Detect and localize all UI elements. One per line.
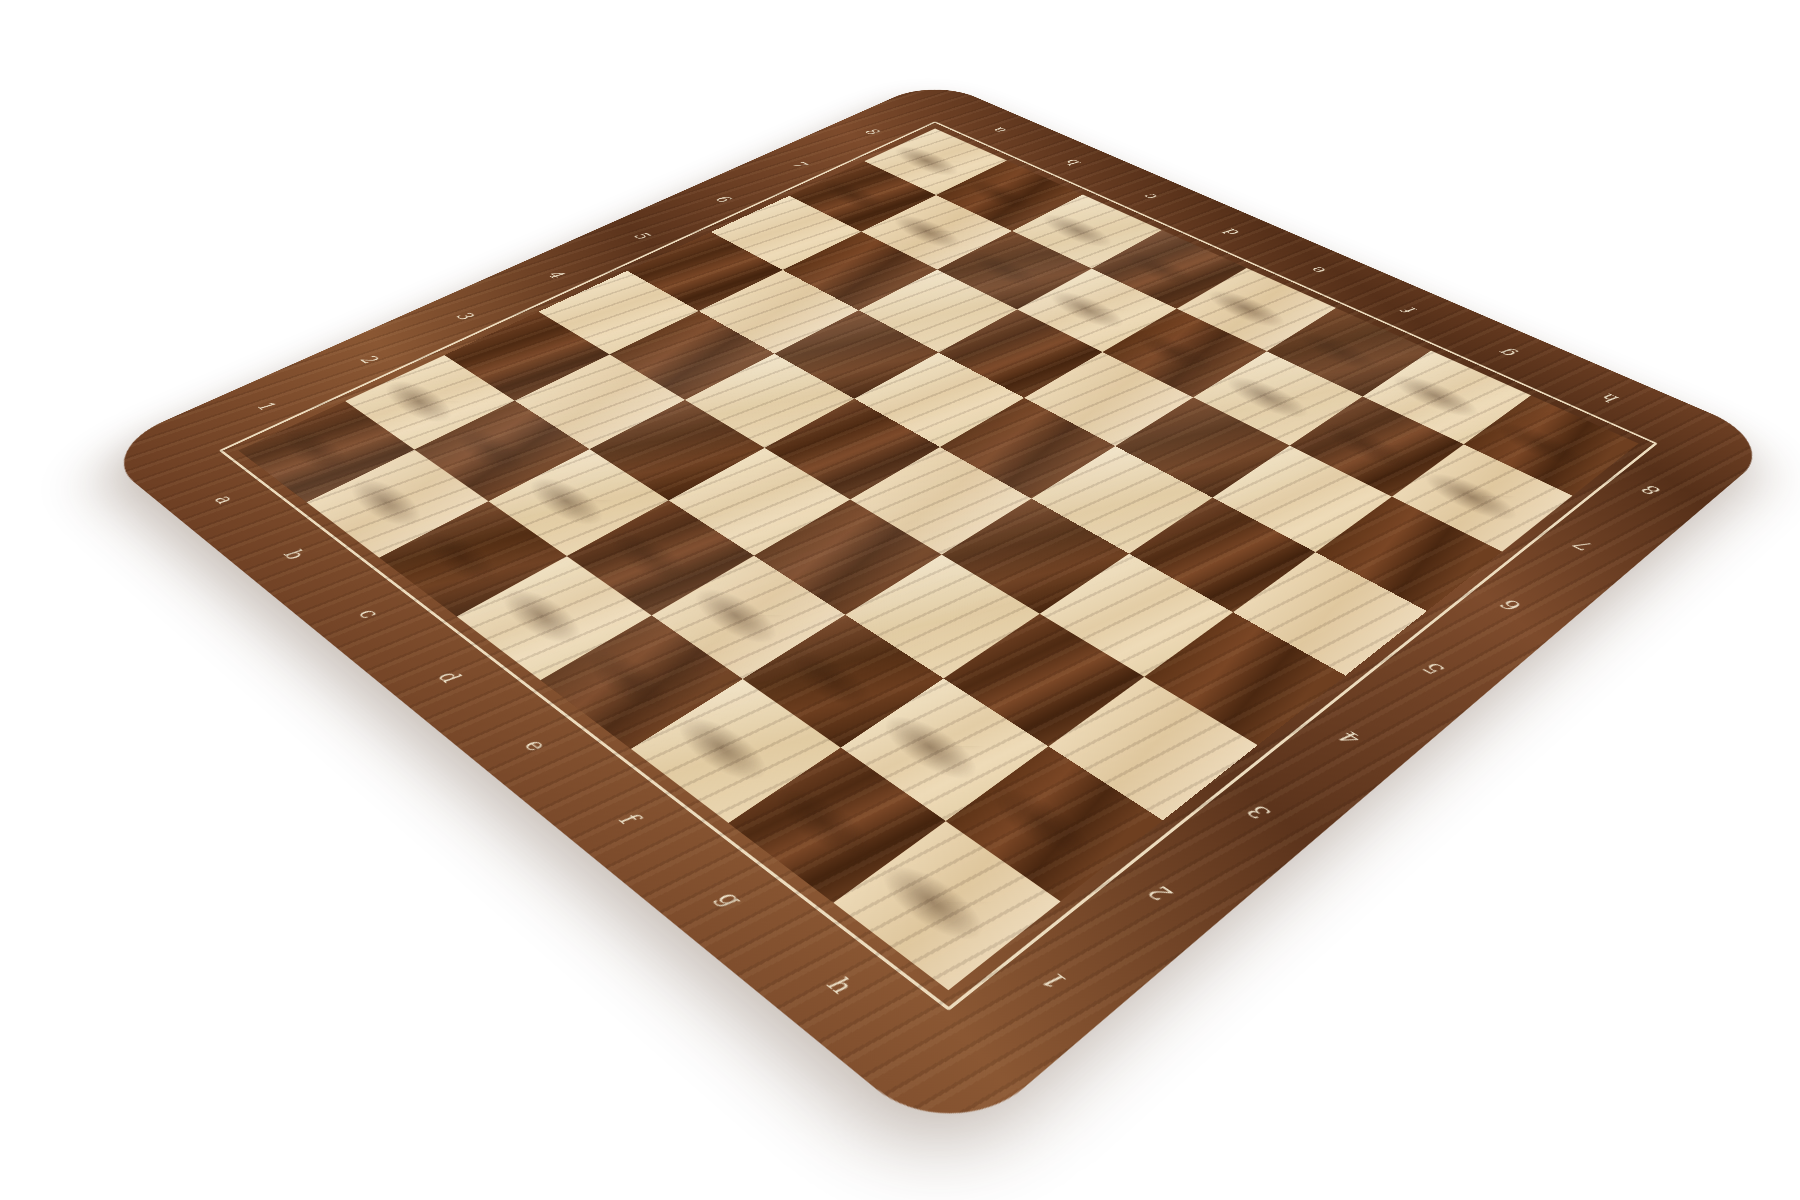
square-h1[interactable]: ♜ xyxy=(834,821,1061,990)
file-label-a: a xyxy=(169,463,279,536)
black-pawn-icon: ♟ xyxy=(1359,408,1607,502)
chess-board: 87654321 87654321 abcdefgh abcdefgh ♜♞♝♛… xyxy=(96,79,1779,1150)
board-border: 87654321 87654321 abcdefgh abcdefgh ♜♞♝♛… xyxy=(96,79,1779,1150)
file-label-c: c xyxy=(308,572,429,656)
file-label-b: b xyxy=(236,515,351,593)
rank-label-1: 1 xyxy=(978,922,1132,1045)
file-label-g: g xyxy=(655,842,805,957)
rank-label-2: 2 xyxy=(1090,839,1234,951)
white-rook-icon: ♜ xyxy=(792,772,1103,910)
product-photo-scene: 87654321 87654321 abcdefgh abcdefgh ♜♞♝♛… xyxy=(0,0,1800,1200)
square-f5[interactable] xyxy=(1031,446,1212,553)
board-squares: ♜♞♝♛♚♝♞♜♟♟♟♟♟♟♟♟♟♟♟♟♟♟♟♟♜♞♝♛♚♝♞♜ xyxy=(238,128,1638,990)
